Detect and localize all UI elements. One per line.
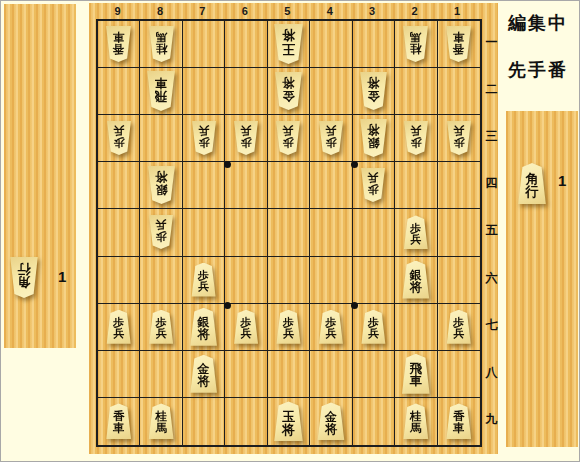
gote-koma-銀将: 銀将 — [147, 166, 176, 204]
koma-character: 王 — [282, 43, 295, 56]
rank-label-3: 三 — [485, 113, 498, 160]
cell-7-9[interactable] — [183, 398, 225, 445]
koma-character: 車 — [453, 31, 465, 43]
koma-character: 兵 — [113, 126, 124, 137]
file-label-4: 4 — [308, 4, 351, 19]
cell-4-1[interactable] — [310, 21, 352, 68]
sente-koma-歩兵: 歩兵 — [233, 310, 259, 344]
sente-koma-桂馬: 桂馬 — [148, 403, 175, 439]
gote-koma-香車: 香車 — [445, 26, 472, 62]
koma-character: 将 — [282, 77, 294, 89]
cell-3-5[interactable] — [353, 209, 395, 256]
cell-1-7[interactable]: 歩兵 — [438, 304, 480, 351]
koma-character: 歩 — [283, 137, 294, 148]
koma-character: 将 — [198, 375, 210, 387]
koma-character: 兵 — [283, 126, 294, 137]
sente-koma-銀将: 銀将 — [401, 261, 430, 299]
sente-koma-歩兵: 歩兵 — [275, 310, 301, 344]
sente-koma-歩兵: 歩兵 — [403, 215, 429, 249]
cell-7-3[interactable]: 歩兵 — [183, 115, 225, 162]
sente-koma-金将: 金将 — [316, 402, 345, 440]
file-label-8: 8 — [138, 4, 181, 19]
file-label-2: 2 — [393, 4, 436, 19]
cell-3-8[interactable] — [353, 351, 395, 398]
sente-koma-金将: 金将 — [189, 355, 218, 393]
cell-5-8[interactable] — [268, 351, 310, 398]
editing-status-label: 編集中 — [508, 11, 578, 35]
cell-8-3[interactable] — [140, 115, 182, 162]
gote-koma-歩兵: 歩兵 — [403, 121, 429, 155]
cell-1-5[interactable] — [438, 209, 480, 256]
cell-9-7[interactable]: 歩兵 — [98, 304, 140, 351]
koma-character: 香 — [453, 43, 465, 55]
cell-8-9[interactable]: 桂馬 — [140, 398, 182, 445]
rank-label-9: 九 — [485, 396, 498, 443]
gote-koma-桂馬: 桂馬 — [402, 26, 429, 62]
cell-5-2[interactable]: 金将 — [268, 68, 310, 115]
koma-character: 歩 — [368, 184, 379, 195]
cell-9-1[interactable]: 香車 — [98, 21, 140, 68]
cell-7-6[interactable]: 歩兵 — [183, 257, 225, 304]
koma-character: 将 — [367, 125, 379, 137]
koma-character: 兵 — [156, 220, 167, 231]
gote-hand-tray: 角行1 — [4, 4, 76, 348]
cell-7-4[interactable] — [183, 162, 225, 209]
board-grid: 香車桂馬王将桂馬香車飛車金将金将歩兵歩兵歩兵歩兵歩兵銀将歩兵歩兵銀将歩兵歩兵歩兵… — [96, 19, 482, 447]
sente-koma-歩兵: 歩兵 — [360, 310, 386, 344]
sente-koma-桂馬: 桂馬 — [402, 403, 429, 439]
cell-9-9[interactable]: 香車 — [98, 398, 140, 445]
cell-1-2[interactable] — [438, 68, 480, 115]
koma-character: 歩 — [453, 137, 464, 148]
cell-4-5[interactable] — [310, 209, 352, 256]
shogi-editor-window: 角行1 987654321 一二三四五六七八九 香車桂馬王将桂馬香車飛車金将金将… — [0, 0, 580, 462]
cell-7-5[interactable] — [183, 209, 225, 256]
koma-character: 将 — [410, 281, 422, 293]
gote-koma-銀将: 銀将 — [359, 119, 388, 157]
hoshi-dot — [351, 161, 358, 168]
cell-5-9[interactable]: 玉将 — [268, 398, 310, 445]
gote-koma-歩兵: 歩兵 — [446, 121, 472, 155]
rank-label-8: 八 — [485, 349, 498, 396]
cell-6-9[interactable] — [225, 398, 267, 445]
file-label-1: 1 — [436, 4, 479, 19]
file-label-6: 6 — [223, 4, 266, 19]
cell-5-3[interactable]: 歩兵 — [268, 115, 310, 162]
gote-koma-歩兵: 歩兵 — [233, 121, 259, 155]
cell-4-2[interactable] — [310, 68, 352, 115]
cell-5-5[interactable] — [268, 209, 310, 256]
file-label-3: 3 — [351, 4, 394, 19]
koma-character: 将 — [282, 423, 295, 436]
cell-8-5[interactable]: 歩兵 — [140, 209, 182, 256]
koma-character: 歩 — [113, 137, 124, 148]
cell-2-4[interactable] — [395, 162, 437, 209]
cell-1-9[interactable]: 香車 — [438, 398, 480, 445]
cell-6-7[interactable]: 歩兵 — [225, 304, 267, 351]
koma-character: 銀 — [367, 137, 379, 149]
koma-character: 兵 — [113, 328, 124, 339]
cell-3-1[interactable] — [353, 21, 395, 68]
koma-character: 車 — [453, 423, 465, 435]
koma-character: 歩 — [410, 137, 421, 148]
cell-1-1[interactable]: 香車 — [438, 21, 480, 68]
cell-2-1[interactable]: 桂馬 — [395, 21, 437, 68]
cell-2-5[interactable]: 歩兵 — [395, 209, 437, 256]
cell-5-6[interactable] — [268, 257, 310, 304]
koma-character: 行 — [18, 263, 31, 276]
cell-9-5[interactable] — [98, 209, 140, 256]
sente-koma-角行[interactable]: 角行 — [517, 163, 547, 204]
gote-hand-count: 1 — [58, 268, 66, 285]
cell-1-4[interactable] — [438, 162, 480, 209]
koma-character: 飛 — [155, 90, 168, 103]
koma-character: 兵 — [241, 126, 252, 137]
file-label-5: 5 — [266, 4, 309, 19]
gote-koma-金将: 金将 — [274, 72, 303, 110]
koma-character: 兵 — [368, 328, 379, 339]
cell-6-8[interactable] — [225, 351, 267, 398]
gote-koma-香車: 香車 — [105, 26, 132, 62]
sente-koma-銀将: 銀将 — [189, 308, 218, 346]
cell-4-3[interactable]: 歩兵 — [310, 115, 352, 162]
cell-1-3[interactable]: 歩兵 — [438, 115, 480, 162]
rank-label-7: 七 — [485, 302, 498, 349]
gote-koma-王将: 王将 — [273, 24, 304, 64]
cell-3-4[interactable]: 歩兵 — [353, 162, 395, 209]
rank-label-2: 二 — [485, 66, 498, 113]
koma-character: 角 — [526, 172, 539, 185]
sente-koma-香車: 香車 — [105, 403, 132, 439]
cell-3-7[interactable]: 歩兵 — [353, 304, 395, 351]
cell-6-2[interactable] — [225, 68, 267, 115]
sente-koma-歩兵: 歩兵 — [318, 310, 344, 344]
sente-koma-歩兵: 歩兵 — [446, 310, 472, 344]
cell-2-8[interactable]: 飛車 — [395, 351, 437, 398]
cell-2-9[interactable]: 桂馬 — [395, 398, 437, 445]
gote-koma-金将: 金将 — [359, 72, 388, 110]
cell-8-7[interactable]: 歩兵 — [140, 304, 182, 351]
cell-2-6[interactable]: 銀将 — [395, 257, 437, 304]
koma-character: 行 — [526, 185, 539, 198]
rank-label-5: 五 — [485, 207, 498, 254]
koma-character: 車 — [155, 77, 168, 90]
gote-koma-角行[interactable]: 角行 — [9, 257, 39, 298]
cell-8-1[interactable]: 桂馬 — [140, 21, 182, 68]
cell-3-9[interactable] — [353, 398, 395, 445]
cell-4-8[interactable] — [310, 351, 352, 398]
koma-character: 兵 — [410, 234, 421, 245]
koma-character: 兵 — [325, 126, 336, 137]
cell-9-3[interactable]: 歩兵 — [98, 115, 140, 162]
gote-koma-歩兵: 歩兵 — [148, 215, 174, 249]
file-label-9: 9 — [96, 4, 139, 19]
cell-9-6[interactable] — [98, 257, 140, 304]
koma-character: 歩 — [156, 231, 167, 242]
koma-character: 将 — [155, 172, 167, 184]
koma-character: 馬 — [410, 31, 422, 43]
koma-character: 車 — [113, 423, 125, 435]
koma-character: 兵 — [198, 126, 209, 137]
cell-9-2[interactable] — [98, 68, 140, 115]
cell-1-8[interactable] — [438, 351, 480, 398]
koma-character: 兵 — [453, 126, 464, 137]
koma-character: 車 — [113, 31, 125, 43]
sente-koma-歩兵: 歩兵 — [148, 310, 174, 344]
sente-koma-香車: 香車 — [445, 403, 472, 439]
gote-koma-歩兵: 歩兵 — [106, 121, 132, 155]
koma-character: 歩 — [198, 137, 209, 148]
koma-character: 馬 — [155, 31, 167, 43]
koma-character: 将 — [198, 328, 210, 340]
cell-7-1[interactable] — [183, 21, 225, 68]
turn-indicator-label: 先手番 — [508, 58, 578, 82]
cell-8-2[interactable]: 飛車 — [140, 68, 182, 115]
koma-character: 香 — [113, 43, 125, 55]
cell-5-1[interactable]: 王将 — [268, 21, 310, 68]
koma-character: 将 — [367, 77, 379, 89]
koma-character: 兵 — [368, 173, 379, 184]
koma-character: 桂 — [155, 43, 167, 55]
koma-character: 銀 — [155, 184, 167, 196]
cell-7-8[interactable]: 金将 — [183, 351, 225, 398]
koma-character: 将 — [325, 423, 337, 435]
cell-3-2[interactable]: 金将 — [353, 68, 395, 115]
koma-character: 馬 — [155, 423, 167, 435]
cell-4-6[interactable] — [310, 257, 352, 304]
rank-label-4: 四 — [485, 160, 498, 207]
hoshi-dot — [224, 302, 231, 309]
cell-6-5[interactable] — [225, 209, 267, 256]
koma-character: 角 — [18, 276, 31, 289]
cell-2-3[interactable]: 歩兵 — [395, 115, 437, 162]
sente-koma-歩兵: 歩兵 — [106, 310, 132, 344]
rank-label-1: 一 — [485, 19, 498, 66]
koma-character: 兵 — [453, 328, 464, 339]
cell-8-8[interactable] — [140, 351, 182, 398]
koma-character: 兵 — [241, 328, 252, 339]
shogi-board: 987654321 一二三四五六七八九 香車桂馬王将桂馬香車飛車金将金将歩兵歩兵… — [89, 3, 498, 454]
gote-koma-桂馬: 桂馬 — [148, 26, 175, 62]
koma-character: 将 — [282, 29, 295, 42]
cell-7-7[interactable]: 銀将 — [183, 304, 225, 351]
cell-5-4[interactable] — [268, 162, 310, 209]
cell-1-6[interactable] — [438, 257, 480, 304]
koma-character: 馬 — [410, 423, 422, 435]
file-label-7: 7 — [181, 4, 224, 19]
cell-9-8[interactable] — [98, 351, 140, 398]
cell-3-3[interactable]: 銀将 — [353, 115, 395, 162]
cell-6-6[interactable] — [225, 257, 267, 304]
rank-label-6: 六 — [485, 255, 498, 302]
koma-character: 金 — [282, 90, 294, 102]
hoshi-dot — [224, 161, 231, 168]
sente-koma-玉将: 玉将 — [273, 401, 304, 441]
cell-8-6[interactable] — [140, 257, 182, 304]
gote-koma-歩兵: 歩兵 — [191, 121, 217, 155]
cell-3-6[interactable] — [353, 257, 395, 304]
koma-character: 車 — [410, 375, 423, 388]
cell-4-7[interactable]: 歩兵 — [310, 304, 352, 351]
koma-character: 歩 — [241, 137, 252, 148]
cell-4-4[interactable] — [310, 162, 352, 209]
gote-koma-歩兵: 歩兵 — [318, 121, 344, 155]
sente-hand-count: 1 — [558, 172, 566, 189]
cell-2-2[interactable] — [395, 68, 437, 115]
koma-character: 兵 — [283, 328, 294, 339]
cell-8-4[interactable]: 銀将 — [140, 162, 182, 209]
koma-character: 玉 — [282, 410, 295, 423]
cell-5-7[interactable]: 歩兵 — [268, 304, 310, 351]
koma-character: 金 — [367, 90, 379, 102]
sente-koma-飛車: 飛車 — [401, 354, 431, 394]
gote-koma-歩兵: 歩兵 — [275, 121, 301, 155]
cell-4-9[interactable]: 金将 — [310, 398, 352, 445]
cell-6-4[interactable] — [225, 162, 267, 209]
cell-6-1[interactable] — [225, 21, 267, 68]
koma-character: 兵 — [410, 126, 421, 137]
sente-hand-tray: 角行1 — [506, 111, 578, 447]
koma-character: 兵 — [198, 281, 209, 292]
gote-koma-飛車: 飛車 — [146, 71, 176, 111]
koma-character: 歩 — [325, 137, 336, 148]
koma-character: 兵 — [325, 328, 336, 339]
cell-9-4[interactable] — [98, 162, 140, 209]
koma-character: 兵 — [156, 328, 167, 339]
koma-character: 桂 — [410, 43, 422, 55]
cell-6-3[interactable]: 歩兵 — [225, 115, 267, 162]
gote-koma-歩兵: 歩兵 — [360, 168, 386, 202]
sente-koma-歩兵: 歩兵 — [191, 263, 217, 297]
cell-2-7[interactable] — [395, 304, 437, 351]
cell-7-2[interactable] — [183, 68, 225, 115]
